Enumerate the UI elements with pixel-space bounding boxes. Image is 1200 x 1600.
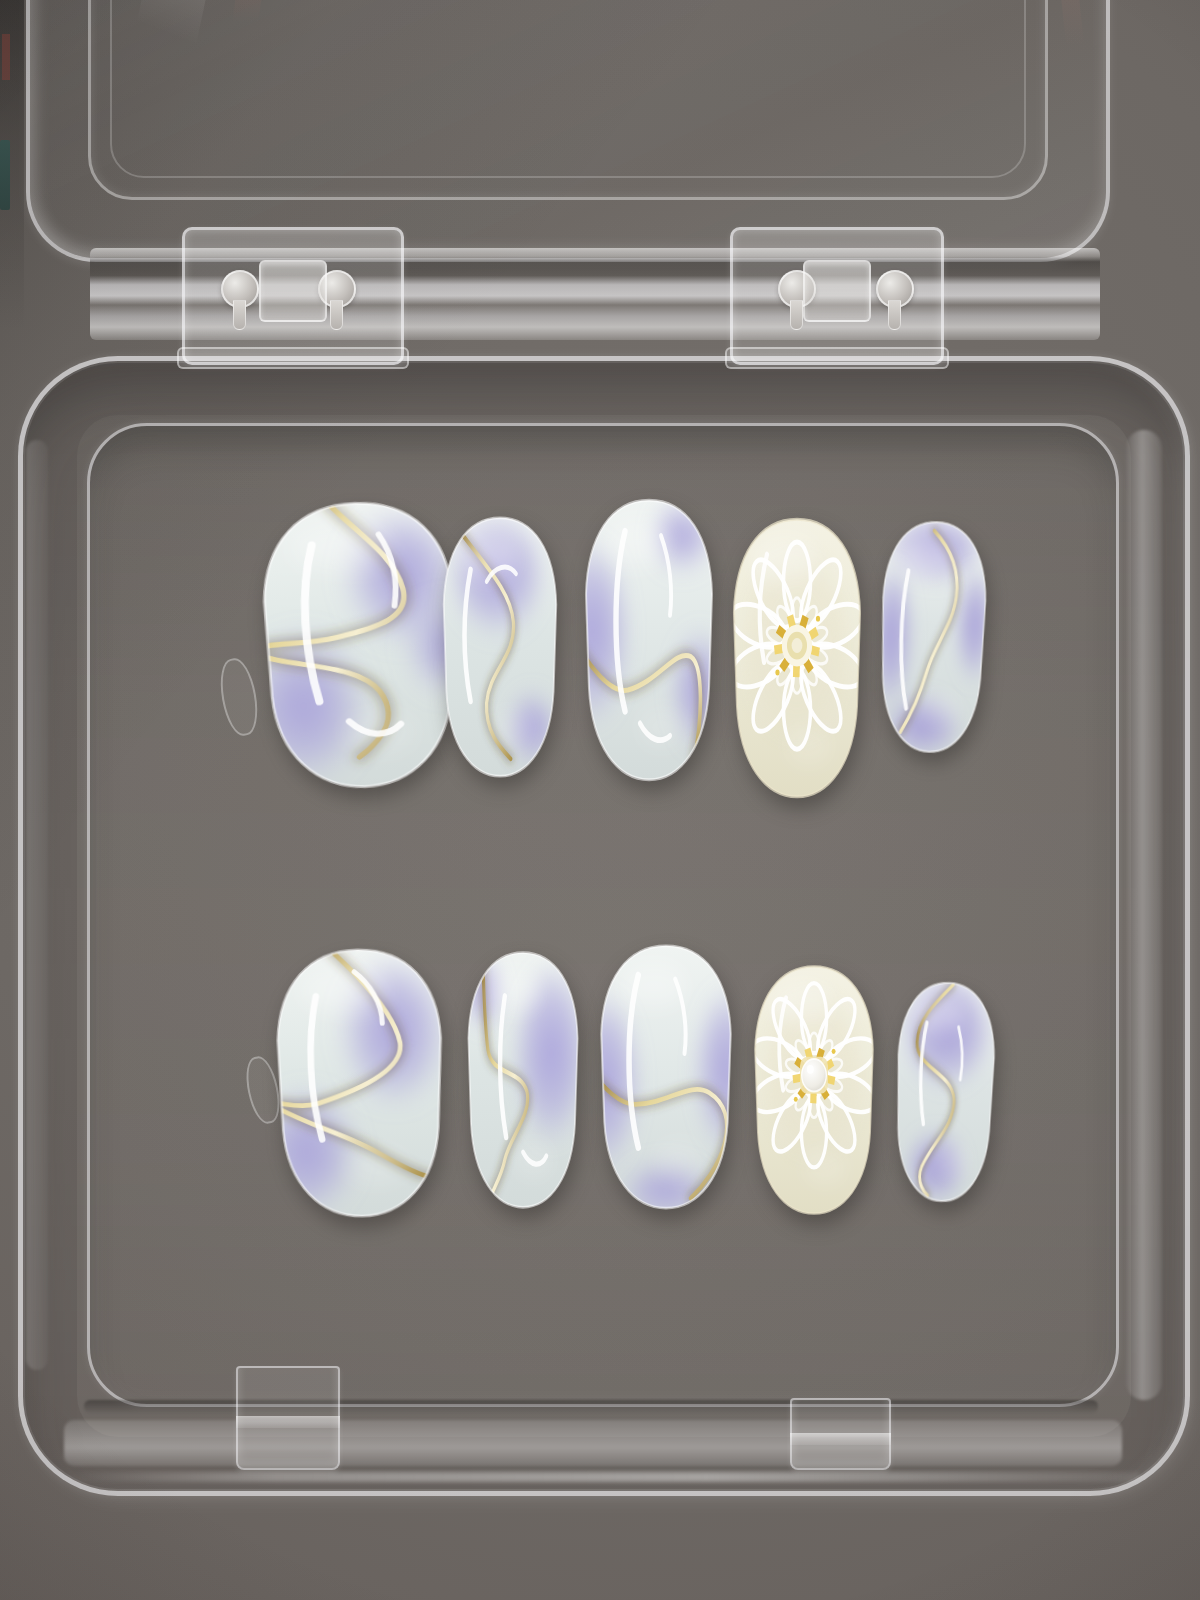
press-on-nail-r1n4: [722, 513, 872, 803]
press-on-nail-r2n5: [884, 976, 1006, 1208]
press-on-nail-r2n1: [261, 942, 460, 1223]
photo-stage: [0, 0, 1200, 1600]
press-on-nail-r2n4: [744, 961, 884, 1219]
press-on-nail-r2n2: [458, 947, 588, 1213]
press-on-nail-r1n5: [868, 515, 998, 759]
press-on-nail-r1n2: [433, 512, 567, 782]
nail-set: [0, 0, 1200, 1600]
background-object-sliver: [0, 140, 10, 210]
background-object-sliver: [2, 34, 10, 80]
press-on-nail-r2n3: [589, 940, 743, 1214]
press-on-nail-r1n3: [574, 494, 724, 786]
